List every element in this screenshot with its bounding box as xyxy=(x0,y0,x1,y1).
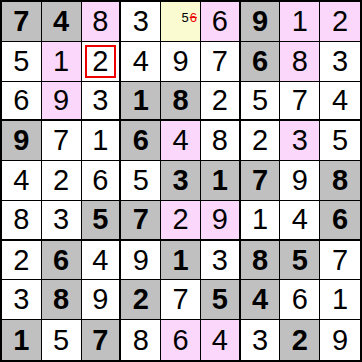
candidate-5: 5 xyxy=(181,11,188,24)
cell-value: 1 xyxy=(13,326,29,355)
cell-r5c7[interactable]: 7 xyxy=(241,161,281,201)
cell-r6c5[interactable]: 2 xyxy=(161,201,201,241)
cell-value: 1 xyxy=(53,47,69,76)
cell-r2c6[interactable]: 7 xyxy=(201,42,241,82)
cell-value: 7 xyxy=(172,285,188,314)
cell-value: 7 xyxy=(252,166,268,195)
cell-value: 4 xyxy=(92,246,108,275)
cell-r4c4[interactable]: 6 xyxy=(121,121,161,161)
cell-value: 7 xyxy=(332,246,348,275)
candidate-6-eliminated: 6 xyxy=(190,11,197,24)
cell-value: 4 xyxy=(133,47,149,76)
cell-value: 7 xyxy=(212,47,228,76)
cell-value: 9 xyxy=(92,285,108,314)
cell-value: 8 xyxy=(53,285,69,314)
cell-value: 6 xyxy=(252,47,268,76)
cell-r9c1[interactable]: 1 xyxy=(2,320,42,360)
cell-r4c9[interactable]: 5 xyxy=(320,121,360,161)
cell-r5c4[interactable]: 5 xyxy=(121,161,161,201)
cell-value: 9 xyxy=(172,47,188,76)
cell-r9c3[interactable]: 7 xyxy=(82,320,122,360)
cell-value: 3 xyxy=(53,205,69,234)
cell-r2c1[interactable]: 5 xyxy=(2,42,42,82)
cell-r7c4[interactable]: 9 xyxy=(121,241,161,281)
cell-r1c5[interactable]: 56 xyxy=(161,2,201,42)
cell-r3c1[interactable]: 6 xyxy=(2,82,42,122)
cell-value: 1 xyxy=(92,126,108,155)
cell-value: 2 xyxy=(133,285,149,314)
cell-value: 1 xyxy=(332,285,348,314)
cell-r9c5[interactable]: 6 xyxy=(161,320,201,360)
cell-r1c2[interactable]: 4 xyxy=(42,2,82,42)
cell-value: 2 xyxy=(92,47,108,76)
cell-r1c6[interactable]: 6 xyxy=(201,2,241,42)
cell-r6c6[interactable]: 9 xyxy=(201,201,241,241)
cell-r5c1[interactable]: 4 xyxy=(2,161,42,201)
cell-r3c6[interactable]: 2 xyxy=(201,82,241,122)
cell-value: 6 xyxy=(212,7,228,36)
cell-r2c9[interactable]: 3 xyxy=(320,42,360,82)
cell-r4c3[interactable]: 1 xyxy=(82,121,122,161)
cell-r6c8[interactable]: 4 xyxy=(280,201,320,241)
cell-value: 7 xyxy=(53,126,69,155)
cell-value: 5 xyxy=(252,86,268,115)
cell-r5c2[interactable]: 2 xyxy=(42,161,82,201)
cell-value: 7 xyxy=(292,86,308,115)
cell-value: 2 xyxy=(13,246,29,275)
cell-r9c8[interactable]: 2 xyxy=(280,320,320,360)
cell-value: 5 xyxy=(92,205,108,234)
pencil-marks: 56 xyxy=(181,11,196,24)
cell-value: 3 xyxy=(133,7,149,36)
cell-r1c7[interactable]: 9 xyxy=(241,2,281,42)
cell-value: 8 xyxy=(292,47,308,76)
cell-r3c9[interactable]: 4 xyxy=(320,82,360,122)
cell-r9c9[interactable]: 9 xyxy=(320,320,360,360)
cell-value: 9 xyxy=(133,246,149,275)
cell-value: 5 xyxy=(332,126,348,155)
cell-value: 5 xyxy=(212,285,228,314)
cell-r7c9[interactable]: 7 xyxy=(320,241,360,281)
cell-value: 4 xyxy=(252,285,268,314)
cell-r3c5[interactable]: 8 xyxy=(161,82,201,122)
cell-value: 1 xyxy=(212,166,228,195)
cell-r5c6[interactable]: 1 xyxy=(201,161,241,201)
cell-r2c5[interactable]: 9 xyxy=(161,42,201,82)
cell-r4c8[interactable]: 3 xyxy=(280,121,320,161)
cell-value: 1 xyxy=(133,86,149,115)
cell-r8c4[interactable]: 2 xyxy=(121,280,161,320)
cell-value: 6 xyxy=(292,285,308,314)
cell-value: 8 xyxy=(172,86,188,115)
cell-value: 9 xyxy=(252,7,268,36)
cell-value: 6 xyxy=(92,166,108,195)
cell-r6c9[interactable]: 6 xyxy=(320,201,360,241)
cell-value: 3 xyxy=(252,326,268,355)
cell-value: 7 xyxy=(92,326,108,355)
cell-r2c2[interactable]: 1 xyxy=(42,42,82,82)
cell-r8c6[interactable]: 5 xyxy=(201,280,241,320)
cell-r9c4[interactable]: 8 xyxy=(121,320,161,360)
cell-r3c7[interactable]: 5 xyxy=(241,82,281,122)
cell-r7c7[interactable]: 8 xyxy=(241,241,281,281)
cell-r4c6[interactable]: 8 xyxy=(201,121,241,161)
cell-r7c1[interactable]: 2 xyxy=(2,241,42,281)
cell-value: 2 xyxy=(292,326,308,355)
cell-value: 4 xyxy=(332,86,348,115)
cell-value: 1 xyxy=(292,7,308,36)
cell-value: 6 xyxy=(13,86,29,115)
cell-value: 5 xyxy=(133,166,149,195)
sudoku-board: 7483566912512497683693182574971648235426… xyxy=(0,0,362,362)
cell-value: 4 xyxy=(212,326,228,355)
cell-r1c9[interactable]: 2 xyxy=(320,2,360,42)
cell-r8c1[interactable]: 3 xyxy=(2,280,42,320)
cell-r7c5[interactable]: 1 xyxy=(161,241,201,281)
cell-value: 8 xyxy=(252,246,268,275)
cell-r9c6[interactable]: 4 xyxy=(201,320,241,360)
cell-r3c2[interactable]: 9 xyxy=(42,82,82,122)
cell-value: 3 xyxy=(13,285,29,314)
cell-r3c3[interactable]: 3 xyxy=(82,82,122,122)
cell-value: 1 xyxy=(252,205,268,234)
cell-value: 8 xyxy=(133,326,149,355)
cell-r7c8[interactable]: 5 xyxy=(280,241,320,281)
cell-r4c2[interactable]: 7 xyxy=(42,121,82,161)
cell-value: 3 xyxy=(332,47,348,76)
cell-r8c7[interactable]: 4 xyxy=(241,280,281,320)
cell-r8c9[interactable]: 1 xyxy=(320,280,360,320)
cell-r7c3[interactable]: 4 xyxy=(82,241,122,281)
cell-r8c3[interactable]: 9 xyxy=(82,280,122,320)
cell-value: 6 xyxy=(172,326,188,355)
cell-value: 3 xyxy=(92,86,108,115)
cell-value: 9 xyxy=(292,166,308,195)
cell-r1c1[interactable]: 7 xyxy=(2,2,42,42)
cell-value: 6 xyxy=(53,246,69,275)
cell-value: 1 xyxy=(172,246,188,275)
cell-value: 9 xyxy=(212,205,228,234)
cell-value: 4 xyxy=(172,126,188,155)
cell-r3c8[interactable]: 7 xyxy=(280,82,320,122)
cell-r9c2[interactable]: 5 xyxy=(42,320,82,360)
cell-value: 2 xyxy=(172,205,188,234)
cell-value: 6 xyxy=(332,205,348,234)
cell-r2c3[interactable]: 2 xyxy=(82,42,122,82)
cell-r5c8[interactable]: 9 xyxy=(280,161,320,201)
cell-value: 4 xyxy=(53,7,69,36)
cell-r7c6[interactable]: 3 xyxy=(201,241,241,281)
cell-value: 3 xyxy=(172,166,188,195)
cell-r6c2[interactable]: 3 xyxy=(42,201,82,241)
cell-value: 2 xyxy=(53,166,69,195)
cell-value: 2 xyxy=(332,7,348,36)
cell-r5c9[interactable]: 8 xyxy=(320,161,360,201)
cell-value: 8 xyxy=(212,126,228,155)
cell-r5c3[interactable]: 6 xyxy=(82,161,122,201)
cell-value: 2 xyxy=(252,126,268,155)
cell-r3c4[interactable]: 1 xyxy=(121,82,161,122)
cell-value: 8 xyxy=(13,205,29,234)
cell-r6c1[interactable]: 8 xyxy=(2,201,42,241)
cell-r6c4[interactable]: 7 xyxy=(121,201,161,241)
cell-value: 5 xyxy=(13,47,29,76)
cell-r1c4[interactable]: 3 xyxy=(121,2,161,42)
cell-value: 3 xyxy=(292,126,308,155)
cell-value: 5 xyxy=(53,326,69,355)
cell-r4c5[interactable]: 4 xyxy=(161,121,201,161)
cell-r2c7[interactable]: 6 xyxy=(241,42,281,82)
cell-r1c8[interactable]: 1 xyxy=(280,2,320,42)
cell-value: 5 xyxy=(292,246,308,275)
cell-value: 3 xyxy=(212,246,228,275)
cell-value: 7 xyxy=(133,205,149,234)
cell-value: 2 xyxy=(212,86,228,115)
cell-r9c7[interactable]: 3 xyxy=(241,320,281,360)
cell-r8c8[interactable]: 6 xyxy=(280,280,320,320)
cell-r2c8[interactable]: 8 xyxy=(280,42,320,82)
cell-value: 4 xyxy=(292,205,308,234)
cell-r8c2[interactable]: 8 xyxy=(42,280,82,320)
cell-value: 4 xyxy=(13,166,29,195)
cell-value: 6 xyxy=(133,126,149,155)
cell-value: 8 xyxy=(332,166,348,195)
cell-value: 9 xyxy=(332,326,348,355)
cell-r7c2[interactable]: 6 xyxy=(42,241,82,281)
cell-r4c1[interactable]: 9 xyxy=(2,121,42,161)
cell-r5c5[interactable]: 3 xyxy=(161,161,201,201)
cell-r8c5[interactable]: 7 xyxy=(161,280,201,320)
cell-value: 7 xyxy=(13,7,29,36)
cell-value: 8 xyxy=(92,7,108,36)
cell-value: 9 xyxy=(13,126,29,155)
cell-value: 9 xyxy=(53,86,69,115)
cell-r1c3[interactable]: 8 xyxy=(82,2,122,42)
cell-r6c3[interactable]: 5 xyxy=(82,201,122,241)
cell-r6c7[interactable]: 1 xyxy=(241,201,281,241)
cell-r2c4[interactable]: 4 xyxy=(121,42,161,82)
cell-r4c7[interactable]: 2 xyxy=(241,121,281,161)
